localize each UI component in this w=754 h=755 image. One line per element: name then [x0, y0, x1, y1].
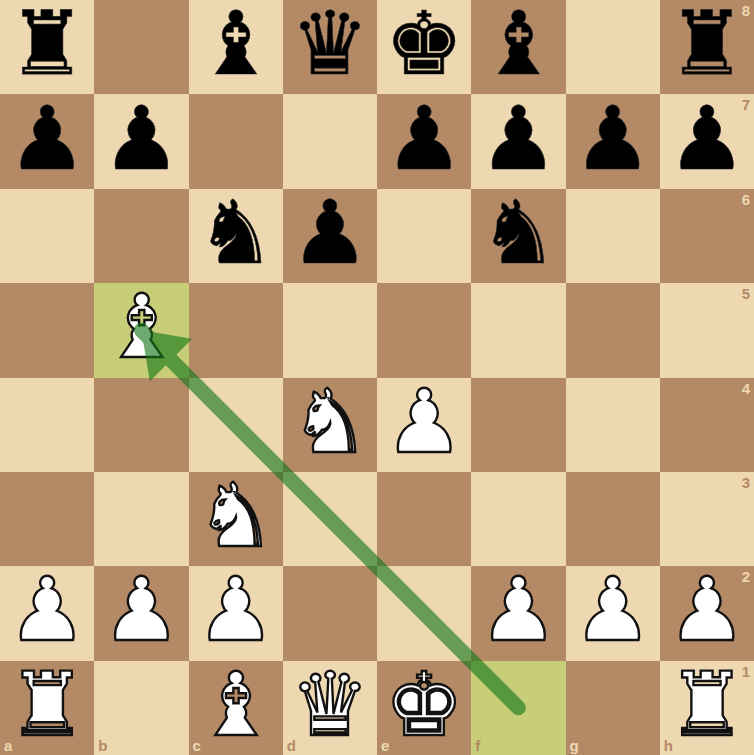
white-bishop[interactable]: ♝ — [196, 658, 275, 752]
black-rook[interactable]: ♜ — [8, 0, 87, 91]
square-f5[interactable] — [471, 283, 565, 377]
square-d3[interactable] — [283, 472, 377, 566]
square-d8[interactable]: ♛ — [283, 0, 377, 94]
rank-label-3: 3 — [742, 475, 750, 490]
black-knight[interactable]: ♞ — [196, 186, 275, 280]
square-a3[interactable] — [0, 472, 94, 566]
file-label-g: g — [570, 738, 579, 753]
square-g5[interactable] — [566, 283, 660, 377]
square-b7[interactable]: ♟ — [94, 94, 188, 188]
square-a1[interactable]: ♜a — [0, 661, 94, 755]
black-pawn[interactable]: ♟ — [385, 92, 464, 186]
white-pawn[interactable]: ♟ — [102, 563, 181, 657]
white-queen[interactable]: ♛ — [290, 658, 369, 752]
chess-board: ♜♝♛♚♝♜8♟♟♟♟♟♟7♞♟♞6♝5♞♟4♞3♟♟♟♟♟♟2♜ab♝c♛d♚… — [0, 0, 754, 755]
square-c5[interactable] — [189, 283, 283, 377]
chess-board-container: ♜♝♛♚♝♜8♟♟♟♟♟♟7♞♟♞6♝5♞♟4♞3♟♟♟♟♟♟2♜ab♝c♛d♚… — [0, 0, 754, 755]
square-g3[interactable] — [566, 472, 660, 566]
square-b3[interactable] — [94, 472, 188, 566]
square-c8[interactable]: ♝ — [189, 0, 283, 94]
white-pawn[interactable]: ♟ — [479, 563, 558, 657]
rank-label-5: 5 — [742, 286, 750, 301]
square-a2[interactable]: ♟ — [0, 566, 94, 660]
black-pawn[interactable]: ♟ — [8, 92, 87, 186]
square-a6[interactable] — [0, 189, 94, 283]
square-h7[interactable]: ♟7 — [660, 94, 754, 188]
square-b5[interactable]: ♝ — [94, 283, 188, 377]
white-pawn[interactable]: ♟ — [667, 563, 746, 657]
white-king[interactable]: ♚ — [385, 658, 464, 752]
square-d2[interactable] — [283, 566, 377, 660]
square-e6[interactable] — [377, 189, 471, 283]
square-b8[interactable] — [94, 0, 188, 94]
square-c2[interactable]: ♟ — [189, 566, 283, 660]
square-g7[interactable]: ♟ — [566, 94, 660, 188]
square-f3[interactable] — [471, 472, 565, 566]
square-e4[interactable]: ♟ — [377, 378, 471, 472]
black-rook[interactable]: ♜ — [667, 0, 746, 91]
square-c3[interactable]: ♞ — [189, 472, 283, 566]
square-c6[interactable]: ♞ — [189, 189, 283, 283]
square-h5[interactable]: 5 — [660, 283, 754, 377]
white-bishop[interactable]: ♝ — [102, 280, 181, 374]
rank-label-4: 4 — [742, 381, 750, 396]
square-e5[interactable] — [377, 283, 471, 377]
square-g6[interactable] — [566, 189, 660, 283]
square-g2[interactable]: ♟ — [566, 566, 660, 660]
square-h4[interactable]: 4 — [660, 378, 754, 472]
black-queen[interactable]: ♛ — [290, 0, 369, 91]
square-f8[interactable]: ♝ — [471, 0, 565, 94]
square-f4[interactable] — [471, 378, 565, 472]
white-pawn[interactable]: ♟ — [196, 563, 275, 657]
rank-label-6: 6 — [742, 192, 750, 207]
square-d5[interactable] — [283, 283, 377, 377]
black-bishop[interactable]: ♝ — [479, 0, 558, 91]
white-pawn[interactable]: ♟ — [573, 563, 652, 657]
white-rook[interactable]: ♜ — [8, 658, 87, 752]
square-e8[interactable]: ♚ — [377, 0, 471, 94]
square-f7[interactable]: ♟ — [471, 94, 565, 188]
black-king[interactable]: ♚ — [385, 0, 464, 91]
file-label-b: b — [98, 738, 107, 753]
white-knight[interactable]: ♞ — [290, 375, 369, 469]
square-d6[interactable]: ♟ — [283, 189, 377, 283]
black-pawn[interactable]: ♟ — [667, 92, 746, 186]
square-a8[interactable]: ♜ — [0, 0, 94, 94]
black-pawn[interactable]: ♟ — [290, 186, 369, 280]
square-e7[interactable]: ♟ — [377, 94, 471, 188]
square-c4[interactable] — [189, 378, 283, 472]
white-pawn[interactable]: ♟ — [8, 563, 87, 657]
black-pawn[interactable]: ♟ — [479, 92, 558, 186]
square-g8[interactable] — [566, 0, 660, 94]
file-label-f: f — [475, 738, 480, 753]
square-f6[interactable]: ♞ — [471, 189, 565, 283]
square-e2[interactable] — [377, 566, 471, 660]
square-b6[interactable] — [94, 189, 188, 283]
square-b2[interactable]: ♟ — [94, 566, 188, 660]
square-d7[interactable] — [283, 94, 377, 188]
square-e3[interactable] — [377, 472, 471, 566]
square-a7[interactable]: ♟ — [0, 94, 94, 188]
square-a5[interactable] — [0, 283, 94, 377]
square-d4[interactable]: ♞ — [283, 378, 377, 472]
black-bishop[interactable]: ♝ — [196, 0, 275, 91]
black-pawn[interactable]: ♟ — [102, 92, 181, 186]
square-h8[interactable]: ♜8 — [660, 0, 754, 94]
square-a4[interactable] — [0, 378, 94, 472]
square-h3[interactable]: 3 — [660, 472, 754, 566]
square-b4[interactable] — [94, 378, 188, 472]
white-pawn[interactable]: ♟ — [385, 375, 464, 469]
square-b1[interactable]: b — [94, 661, 188, 755]
black-knight[interactable]: ♞ — [479, 186, 558, 280]
square-g1[interactable]: g — [566, 661, 660, 755]
white-rook[interactable]: ♜ — [667, 658, 746, 752]
square-f1[interactable]: f — [471, 661, 565, 755]
black-pawn[interactable]: ♟ — [573, 92, 652, 186]
square-c1[interactable]: ♝c — [189, 661, 283, 755]
square-h6[interactable]: 6 — [660, 189, 754, 283]
square-d1[interactable]: ♛d — [283, 661, 377, 755]
square-h2[interactable]: ♟2 — [660, 566, 754, 660]
square-e1[interactable]: ♚e — [377, 661, 471, 755]
square-h1[interactable]: ♜h1 — [660, 661, 754, 755]
square-c7[interactable] — [189, 94, 283, 188]
square-f2[interactable]: ♟ — [471, 566, 565, 660]
white-knight[interactable]: ♞ — [196, 469, 275, 563]
square-g4[interactable] — [566, 378, 660, 472]
